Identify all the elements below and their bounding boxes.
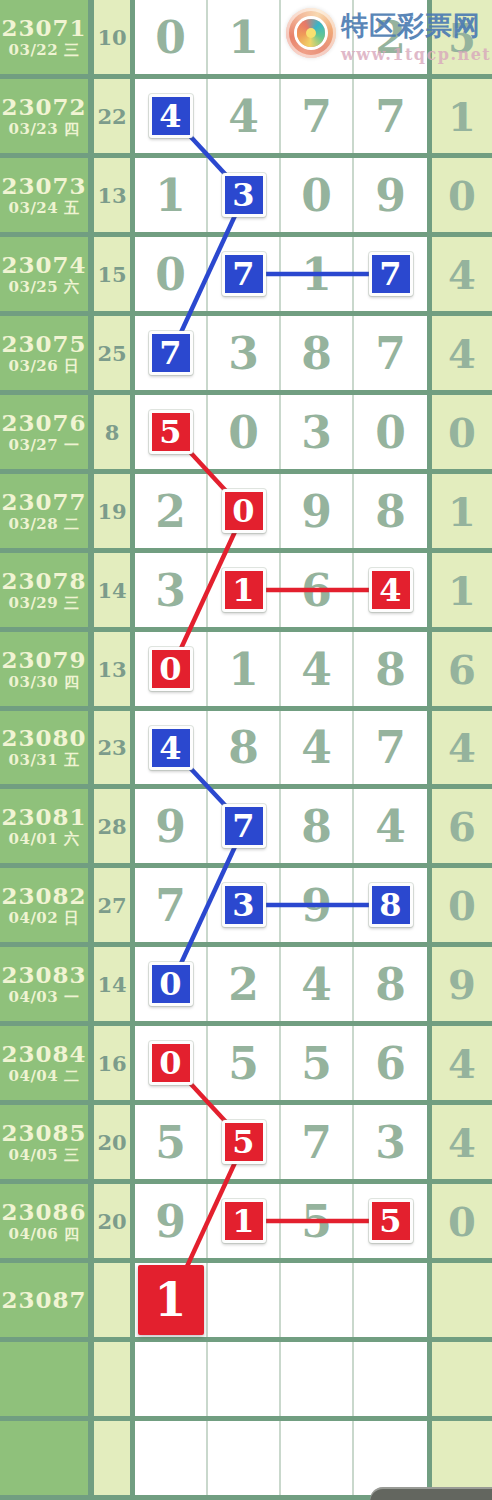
highlight-box: 5 [222, 1120, 266, 1164]
sum-cell: 13 [94, 158, 130, 232]
date-label: 03/24 五 [9, 201, 80, 217]
row-23083: 2308304/03 一1402489 [0, 947, 492, 1026]
digit-cell: 5 [135, 1105, 208, 1179]
digit-cell [354, 1421, 427, 1495]
extra-cell: 1 [432, 474, 492, 548]
digit-cell: 4 [354, 553, 427, 627]
digit-value: 9 [375, 170, 406, 221]
date-label: 03/28 二 [9, 517, 80, 533]
digit-cell [281, 1263, 354, 1337]
extra-cell: 4 [432, 1026, 492, 1100]
digit-cell: 8 [354, 632, 427, 706]
extra-cell [432, 1342, 492, 1416]
period-label: 23075 [1, 332, 86, 356]
digit-cell: 7 [208, 789, 281, 863]
site-logo-icon [286, 8, 336, 58]
digit-cell: 4 [281, 947, 354, 1021]
date-label: 04/02 日 [9, 911, 80, 927]
digit-cell: 1 [208, 1184, 281, 1258]
highlight-box: 1 [138, 1265, 204, 1335]
highlight-box: 0 [149, 1041, 193, 1085]
period-label: 23083 [1, 963, 86, 987]
digit-value: 7 [301, 1117, 332, 1168]
period-cell: 2307203/23 四 [0, 79, 88, 153]
digit-cell: 4 [208, 79, 281, 153]
period-label: 23087 [1, 1288, 86, 1312]
digit-cell: 6 [354, 1026, 427, 1100]
highlight-box: 3 [222, 173, 266, 217]
sum-cell: 14 [94, 947, 130, 1021]
floating-corner-button[interactable] [370, 1487, 492, 1500]
digit-cell: 6 [281, 553, 354, 627]
digit-cell [135, 1421, 208, 1495]
highlight-box: 7 [149, 331, 193, 375]
sum-cell: 14 [94, 553, 130, 627]
logo-center-dot [306, 28, 316, 38]
sum-cell: 20 [94, 1105, 130, 1179]
digit-cell: 9 [281, 868, 354, 942]
sum-cell: 27 [94, 868, 130, 942]
period-label: 23071 [1, 16, 86, 40]
digit-cell: 8 [208, 711, 281, 784]
digit-value: 0 [155, 12, 186, 63]
site-watermark: 特区彩票网 www.1tqcp.net [286, 8, 491, 64]
digit-cell: 8 [354, 474, 427, 548]
sum-cell [94, 1263, 130, 1337]
digit-value: 9 [301, 880, 332, 931]
sum-cell: 8 [94, 395, 130, 469]
sum-cell: 19 [94, 474, 130, 548]
digit-cell: 4 [354, 789, 427, 863]
extra-cell: 4 [432, 316, 492, 390]
digit-cell: 7 [354, 79, 427, 153]
digit-value: 9 [301, 486, 332, 537]
highlight-box: 4 [149, 94, 193, 138]
sum-cell: 28 [94, 789, 130, 863]
extra-cell: 4 [432, 711, 492, 784]
site-name: 特区彩票网 [341, 8, 491, 44]
digit-cell: 1 [208, 553, 281, 627]
digit-value: 4 [228, 91, 259, 142]
period-label: 23086 [1, 1200, 86, 1224]
extra-cell: 4 [432, 1105, 492, 1179]
digit-cell: 9 [135, 789, 208, 863]
period-label: 23078 [1, 569, 86, 593]
period-cell: 2307703/28 二 [0, 474, 88, 548]
digit-value: 2 [228, 959, 259, 1010]
digit-cell: 0 [135, 1026, 208, 1100]
digit-value: 8 [375, 959, 406, 1010]
digit-value: 6 [375, 1038, 406, 1089]
digit-cell: 7 [135, 316, 208, 390]
digit-value: 9 [155, 801, 186, 852]
date-label: 03/30 四 [9, 675, 80, 691]
digit-cell: 7 [135, 868, 208, 942]
digit-value: 1 [301, 249, 332, 300]
period-label: 23077 [1, 490, 86, 514]
digit-value: 7 [301, 91, 332, 142]
digit-cell: 7 [354, 316, 427, 390]
digit-value: 7 [155, 880, 186, 931]
period-cell: 2308504/05 三 [0, 1105, 88, 1179]
digit-cell [208, 1421, 281, 1495]
sum-cell: 25 [94, 316, 130, 390]
period-cell: 2308604/06 四 [0, 1184, 88, 1258]
highlight-box: 1 [222, 568, 266, 612]
date-label: 03/25 六 [9, 280, 80, 296]
digit-cell: 5 [354, 1184, 427, 1258]
digit-value: 5 [228, 1038, 259, 1089]
digit-cell: 8 [354, 868, 427, 942]
digit-cell: 4 [281, 632, 354, 706]
date-label: 03/26 日 [9, 359, 80, 375]
date-label: 04/03 一 [9, 990, 80, 1006]
extra-cell: 1 [432, 553, 492, 627]
period-cell [0, 1342, 88, 1416]
row-23084: 2308404/04 二1605564 [0, 1026, 492, 1105]
digit-cell: 0 [208, 474, 281, 548]
period-cell: 23087 [0, 1263, 88, 1337]
row-23076: 2307603/27 一850300 [0, 395, 492, 474]
date-label: 03/23 四 [9, 122, 80, 138]
highlight-box: 3 [222, 883, 266, 927]
digit-cell: 1 [208, 632, 281, 706]
period-label: 23074 [1, 253, 86, 277]
highlight-box: 7 [369, 252, 413, 296]
period-label: 23080 [1, 726, 86, 750]
digit-cell: 3 [208, 158, 281, 232]
extra-cell: 6 [432, 632, 492, 706]
highlight-box: 0 [222, 489, 266, 533]
sum-cell: 15 [94, 237, 130, 311]
row-23078: 2307803/29 三1431641 [0, 553, 492, 632]
date-label: 04/06 四 [9, 1227, 80, 1243]
digit-cell: 9 [281, 474, 354, 548]
row-23073: 2307303/24 五1313090 [0, 158, 492, 237]
period-cell: 2307303/24 五 [0, 158, 88, 232]
digit-cell: 3 [281, 395, 354, 469]
highlight-box: 1 [222, 1199, 266, 1243]
row-23075: 2307503/26 日2573874 [0, 316, 492, 395]
digit-value: 3 [228, 328, 259, 379]
digit-cell: 1 [281, 237, 354, 311]
digit-value: 1 [155, 170, 186, 221]
digit-cell [281, 1342, 354, 1416]
digit-value: 5 [301, 1038, 332, 1089]
date-label: 04/05 三 [9, 1148, 80, 1164]
digit-value: 3 [301, 407, 332, 458]
sum-cell: 10 [94, 0, 130, 74]
period-label: 23082 [1, 884, 86, 908]
row-23086: 2308604/06 四2091550 [0, 1184, 492, 1263]
period-label: 23081 [1, 805, 86, 829]
period-cell: 2308204/02 日 [0, 868, 88, 942]
digit-cell: 9 [135, 1184, 208, 1258]
period-label: 23072 [1, 95, 86, 119]
digit-cell [208, 1263, 281, 1337]
digit-value: 1 [228, 12, 259, 63]
extra-cell [432, 1263, 492, 1337]
digit-value: 8 [375, 644, 406, 695]
digit-cell [208, 1342, 281, 1416]
digit-cell: 4 [135, 711, 208, 784]
extra-cell: 0 [432, 868, 492, 942]
date-label: 04/01 六 [9, 832, 80, 848]
digit-cell: 1 [135, 1263, 208, 1337]
digit-cell: 0 [354, 395, 427, 469]
digit-cell: 0 [135, 947, 208, 1021]
row-empty [0, 1342, 492, 1421]
digit-cell: 8 [281, 316, 354, 390]
digit-cell: 0 [208, 395, 281, 469]
period-label: 23073 [1, 174, 86, 198]
digit-value: 7 [375, 328, 406, 379]
period-cell: 2308003/31 五 [0, 711, 88, 784]
extra-cell: 0 [432, 158, 492, 232]
period-cell: 2307803/29 三 [0, 553, 88, 627]
extra-cell: 6 [432, 789, 492, 863]
digit-cell [281, 1421, 354, 1495]
digit-cell [135, 1342, 208, 1416]
digit-cell: 0 [135, 632, 208, 706]
sum-cell: 20 [94, 1184, 130, 1258]
period-cell: 2307103/22 三 [0, 0, 88, 74]
digit-cell: 3 [135, 553, 208, 627]
sum-cell: 23 [94, 711, 130, 784]
extra-cell: 4 [432, 237, 492, 311]
digit-cell: 1 [208, 0, 281, 74]
digit-value: 8 [301, 801, 332, 852]
digit-value: 3 [375, 1117, 406, 1168]
digit-cell [354, 1263, 427, 1337]
digit-value: 0 [228, 407, 259, 458]
digit-cell: 3 [208, 316, 281, 390]
period-cell [0, 1421, 88, 1495]
period-cell: 2307903/30 四 [0, 632, 88, 706]
digit-cell: 3 [354, 1105, 427, 1179]
date-label: 03/22 三 [9, 43, 80, 59]
row-23081: 2308104/01 六2897846 [0, 789, 492, 868]
digit-cell: 2 [208, 947, 281, 1021]
digit-cell: 7 [208, 237, 281, 311]
extra-cell: 0 [432, 1184, 492, 1258]
extra-cell: 9 [432, 947, 492, 1021]
sum-cell: 16 [94, 1026, 130, 1100]
digit-cell: 5 [208, 1026, 281, 1100]
digit-cell: 2 [135, 474, 208, 548]
digit-cell [354, 1342, 427, 1416]
period-cell: 2308404/04 二 [0, 1026, 88, 1100]
lottery-trend-chart: 2307103/22 三10017252307203/23 四224477123… [0, 0, 492, 1500]
digit-value: 5 [301, 1196, 332, 1247]
digit-cell: 7 [281, 1105, 354, 1179]
period-cell: 2307603/27 一 [0, 395, 88, 469]
digit-value: 3 [155, 565, 186, 616]
digit-value: 4 [301, 959, 332, 1010]
period-label: 23085 [1, 1121, 86, 1145]
digit-value: 6 [301, 565, 332, 616]
digit-value: 7 [375, 91, 406, 142]
digit-cell: 1 [135, 158, 208, 232]
digit-value: 4 [375, 801, 406, 852]
row-23087: 230871 [0, 1263, 492, 1342]
date-label: 03/27 一 [9, 438, 80, 454]
row-23072: 2307203/23 四2244771 [0, 79, 492, 158]
highlight-box: 5 [369, 1199, 413, 1243]
digit-value: 9 [155, 1196, 186, 1247]
digit-value: 0 [375, 407, 406, 458]
digit-cell: 7 [354, 237, 427, 311]
digit-cell: 0 [135, 0, 208, 74]
digit-value: 4 [301, 644, 332, 695]
watermark-text: 特区彩票网 www.1tqcp.net [341, 8, 491, 64]
highlight-box: 5 [149, 410, 193, 454]
site-url: www.1tqcp.net [341, 45, 491, 64]
digit-cell: 5 [135, 395, 208, 469]
sum-cell: 13 [94, 632, 130, 706]
date-label: 03/31 五 [9, 753, 80, 769]
row-23082: 2308204/02 日2773980 [0, 868, 492, 947]
extra-cell [432, 1421, 492, 1495]
highlight-box: 7 [222, 252, 266, 296]
digit-cell: 5 [281, 1184, 354, 1258]
digit-value: 5 [155, 1117, 186, 1168]
digit-value: 1 [228, 644, 259, 695]
digit-cell: 4 [135, 79, 208, 153]
digit-value: 7 [375, 722, 406, 773]
row-23074: 2307403/25 六1507174 [0, 237, 492, 316]
row-23080: 2308003/31 五2348474 [0, 711, 492, 789]
highlight-box: 7 [222, 804, 266, 848]
digit-cell: 4 [281, 711, 354, 784]
digit-value: 4 [301, 722, 332, 773]
digit-value: 8 [375, 486, 406, 537]
period-label: 23079 [1, 648, 86, 672]
digit-value: 2 [155, 486, 186, 537]
sum-cell: 22 [94, 79, 130, 153]
digit-value: 0 [301, 170, 332, 221]
digit-value: 8 [228, 722, 259, 773]
digit-cell: 8 [354, 947, 427, 1021]
digit-cell: 3 [208, 868, 281, 942]
period-label: 23084 [1, 1042, 86, 1066]
sum-cell [94, 1421, 130, 1495]
extra-cell: 1 [432, 79, 492, 153]
digit-cell: 7 [281, 79, 354, 153]
row-23077: 2307703/28 二1920981 [0, 474, 492, 553]
highlight-box: 0 [149, 647, 193, 691]
period-cell: 2307503/26 日 [0, 316, 88, 390]
digit-value: 8 [301, 328, 332, 379]
highlight-box: 4 [149, 726, 193, 770]
digit-cell: 5 [281, 1026, 354, 1100]
period-cell: 2308104/01 六 [0, 789, 88, 863]
digit-cell: 8 [281, 789, 354, 863]
date-label: 04/04 二 [9, 1069, 80, 1085]
highlight-box: 8 [369, 883, 413, 927]
highlight-box: 4 [369, 568, 413, 612]
digit-cell: 9 [354, 158, 427, 232]
period-label: 23076 [1, 411, 86, 435]
sum-cell [94, 1342, 130, 1416]
digit-cell: 5 [208, 1105, 281, 1179]
digit-cell: 7 [354, 711, 427, 784]
digit-cell: 0 [281, 158, 354, 232]
digit-value: 0 [155, 249, 186, 300]
date-label: 03/29 三 [9, 596, 80, 612]
extra-cell: 0 [432, 395, 492, 469]
row-23079: 2307903/30 四1301486 [0, 632, 492, 711]
highlight-box: 0 [149, 962, 193, 1006]
digit-cell: 0 [135, 237, 208, 311]
period-cell: 2308304/03 一 [0, 947, 88, 1021]
row-23085: 2308504/05 三2055734 [0, 1105, 492, 1184]
period-cell: 2307403/25 六 [0, 237, 88, 311]
